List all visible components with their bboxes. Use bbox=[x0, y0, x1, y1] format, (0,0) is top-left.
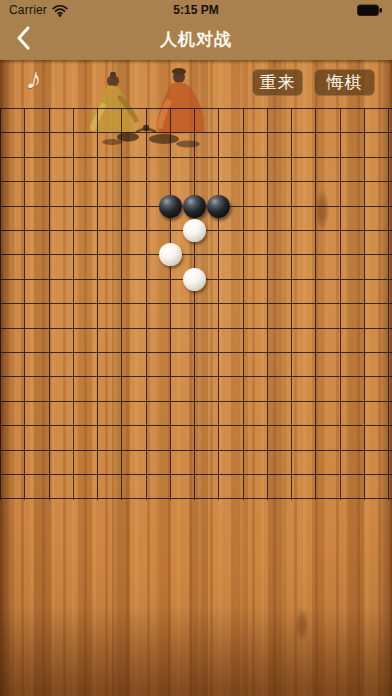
clock-label: 5:15 PM bbox=[0, 3, 392, 17]
status-bar: Carrier 5:15 PM bbox=[0, 0, 392, 20]
stone-black bbox=[183, 195, 206, 218]
stone-black bbox=[159, 195, 182, 218]
undo-button[interactable]: 悔棋 bbox=[314, 69, 375, 96]
stone-white bbox=[183, 219, 206, 242]
stone-black bbox=[207, 195, 230, 218]
restart-button[interactable]: 重来 bbox=[252, 69, 303, 96]
nav-bar: 人机对战 bbox=[0, 20, 392, 60]
app-screen: Carrier 5:15 PM 人机对战 bbox=[0, 0, 392, 696]
page-title: 人机对战 bbox=[0, 20, 392, 60]
stones-layer bbox=[0, 108, 392, 500]
game-board[interactable] bbox=[0, 108, 392, 500]
music-note-button[interactable]: ♪ bbox=[24, 61, 46, 97]
stone-white bbox=[159, 243, 182, 266]
stone-white bbox=[183, 268, 206, 291]
wood-background: ♪ 重来 悔棋 bbox=[0, 60, 392, 696]
